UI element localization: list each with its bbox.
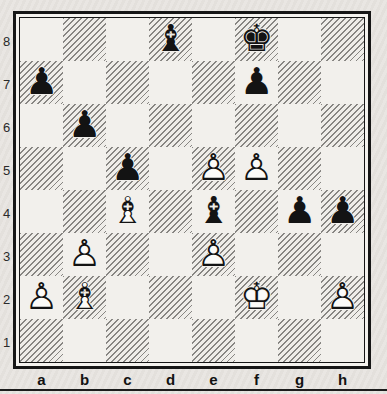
piece-outline-layer: ♙ xyxy=(192,233,235,276)
square-d3 xyxy=(149,233,192,276)
square-e4: ♝ xyxy=(192,190,235,233)
square-b6: ♟ xyxy=(63,104,106,147)
square-b2: ♝♗ xyxy=(63,276,106,319)
square-h1 xyxy=(321,319,364,362)
square-e7 xyxy=(192,61,235,104)
piece-outline-layer: ♗ xyxy=(63,276,106,319)
rank-label-5: 5 xyxy=(0,149,13,192)
square-d6 xyxy=(149,104,192,147)
piece-black-pawn: ♟ xyxy=(235,61,278,104)
square-g5 xyxy=(278,147,321,190)
piece-outline-layer: ♔ xyxy=(235,276,278,319)
piece-black-pawn: ♟ xyxy=(278,190,321,233)
rank-label-8: 8 xyxy=(0,20,13,63)
square-f2: ♚♔ xyxy=(235,276,278,319)
piece-white-pawn: ♟♙ xyxy=(321,276,364,319)
piece-white-pawn: ♟♙ xyxy=(235,147,278,190)
square-d7 xyxy=(149,61,192,104)
rank-label-2: 2 xyxy=(0,278,13,321)
square-h8 xyxy=(321,18,364,61)
piece-black-ink-layer: ♟ xyxy=(63,104,106,147)
piece-black-bishop: ♝ xyxy=(149,18,192,61)
square-f3 xyxy=(235,233,278,276)
piece-black-bishop: ♝ xyxy=(192,190,235,233)
piece-black-ink-layer: ♟ xyxy=(106,147,149,190)
piece-outline-layer: ♙ xyxy=(192,147,235,190)
file-labels: abcdefgh xyxy=(20,371,364,388)
square-e1 xyxy=(192,319,235,362)
square-b5 xyxy=(63,147,106,190)
square-f5: ♟♙ xyxy=(235,147,278,190)
square-a2: ♟♙ xyxy=(20,276,63,319)
square-h7 xyxy=(321,61,364,104)
piece-black-king: ♚ xyxy=(235,18,278,61)
piece-black-pawn: ♟ xyxy=(63,104,106,147)
piece-white-pawn: ♟♙ xyxy=(192,233,235,276)
piece-black-ink-layer: ♝ xyxy=(192,190,235,233)
square-a4 xyxy=(20,190,63,233)
file-label-f: f xyxy=(235,371,278,388)
square-h2: ♟♙ xyxy=(321,276,364,319)
square-h4: ♟ xyxy=(321,190,364,233)
square-e8 xyxy=(192,18,235,61)
square-c7 xyxy=(106,61,149,104)
piece-black-ink-layer: ♟ xyxy=(20,61,63,104)
square-g8 xyxy=(278,18,321,61)
square-a3 xyxy=(20,233,63,276)
square-g7 xyxy=(278,61,321,104)
square-h6 xyxy=(321,104,364,147)
piece-black-ink-layer: ♟ xyxy=(321,190,364,233)
square-f4 xyxy=(235,190,278,233)
square-h5 xyxy=(321,147,364,190)
square-e3: ♟♙ xyxy=(192,233,235,276)
piece-white-bishop: ♝♗ xyxy=(63,276,106,319)
square-d1 xyxy=(149,319,192,362)
piece-black-pawn: ♟ xyxy=(106,147,149,190)
page-bottom-rule xyxy=(0,389,387,391)
square-c3 xyxy=(106,233,149,276)
square-f6 xyxy=(235,104,278,147)
square-d2 xyxy=(149,276,192,319)
square-f7: ♟ xyxy=(235,61,278,104)
square-e2 xyxy=(192,276,235,319)
square-c2 xyxy=(106,276,149,319)
piece-outline-layer: ♙ xyxy=(235,147,278,190)
square-e5: ♟♙ xyxy=(192,147,235,190)
rank-label-3: 3 xyxy=(0,235,13,278)
square-a8 xyxy=(20,18,63,61)
square-c6 xyxy=(106,104,149,147)
piece-black-pawn: ♟ xyxy=(321,190,364,233)
square-g2 xyxy=(278,276,321,319)
chess-board-frame: ♝♚♟♟♟♟♟♙♟♙♝♗♝♟♟♟♙♟♙♟♙♝♗♚♔♟♙ xyxy=(13,11,371,369)
square-a1 xyxy=(20,319,63,362)
file-label-h: h xyxy=(321,371,364,388)
file-label-e: e xyxy=(192,371,235,388)
square-f1 xyxy=(235,319,278,362)
rank-label-1: 1 xyxy=(0,321,13,364)
piece-white-king: ♚♔ xyxy=(235,276,278,319)
square-c1 xyxy=(106,319,149,362)
square-g4: ♟ xyxy=(278,190,321,233)
chess-board: ♝♚♟♟♟♟♟♙♟♙♝♗♝♟♟♟♙♟♙♟♙♝♗♚♔♟♙ xyxy=(20,18,364,362)
square-b1 xyxy=(63,319,106,362)
square-d5 xyxy=(149,147,192,190)
piece-black-pawn: ♟ xyxy=(20,61,63,104)
file-label-b: b xyxy=(63,371,106,388)
piece-outline-layer: ♙ xyxy=(63,233,106,276)
square-c5: ♟ xyxy=(106,147,149,190)
rank-label-7: 7 xyxy=(0,63,13,106)
rank-label-6: 6 xyxy=(0,106,13,149)
piece-black-ink-layer: ♟ xyxy=(278,190,321,233)
piece-black-ink-layer: ♚ xyxy=(235,18,278,61)
file-label-d: d xyxy=(149,371,192,388)
square-g1 xyxy=(278,319,321,362)
piece-outline-layer: ♙ xyxy=(321,276,364,319)
piece-black-ink-layer: ♝ xyxy=(149,18,192,61)
square-c4: ♝♗ xyxy=(106,190,149,233)
square-g6 xyxy=(278,104,321,147)
rank-labels: 87654321 xyxy=(0,20,13,364)
square-b7 xyxy=(63,61,106,104)
piece-white-pawn: ♟♙ xyxy=(192,147,235,190)
piece-white-pawn: ♟♙ xyxy=(63,233,106,276)
piece-black-ink-layer: ♟ xyxy=(235,61,278,104)
square-b8 xyxy=(63,18,106,61)
piece-outline-layer: ♗ xyxy=(106,190,149,233)
piece-white-bishop: ♝♗ xyxy=(106,190,149,233)
file-label-g: g xyxy=(278,371,321,388)
square-a6 xyxy=(20,104,63,147)
chess-board-inner-border: ♝♚♟♟♟♟♟♙♟♙♝♗♝♟♟♟♙♟♙♟♙♝♗♚♔♟♙ xyxy=(19,17,365,363)
square-b4 xyxy=(63,190,106,233)
file-label-c: c xyxy=(106,371,149,388)
square-b3: ♟♙ xyxy=(63,233,106,276)
square-e6 xyxy=(192,104,235,147)
piece-outline-layer: ♙ xyxy=(20,276,63,319)
rank-label-4: 4 xyxy=(0,192,13,235)
square-d8: ♝ xyxy=(149,18,192,61)
square-a5 xyxy=(20,147,63,190)
square-h3 xyxy=(321,233,364,276)
square-d4 xyxy=(149,190,192,233)
square-f8: ♚ xyxy=(235,18,278,61)
file-label-a: a xyxy=(20,371,63,388)
square-c8 xyxy=(106,18,149,61)
square-a7: ♟ xyxy=(20,61,63,104)
square-g3 xyxy=(278,233,321,276)
piece-white-pawn: ♟♙ xyxy=(20,276,63,319)
